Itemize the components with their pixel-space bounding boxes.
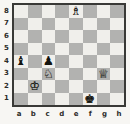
rank-label-8: 8 <box>1 5 12 18</box>
file-label-d: d <box>55 109 69 120</box>
square-h2[interactable] <box>110 80 124 93</box>
square-c1[interactable] <box>42 93 56 106</box>
square-g4[interactable] <box>97 55 111 68</box>
file-label-g: g <box>98 109 112 120</box>
square-c5[interactable] <box>42 43 56 56</box>
square-b6[interactable] <box>28 30 42 43</box>
square-a3[interactable] <box>14 68 28 81</box>
square-f4[interactable] <box>83 55 97 68</box>
file-labels: abcdefgh <box>12 107 126 120</box>
square-g3[interactable]: ♕ <box>97 68 111 81</box>
square-c8[interactable] <box>42 5 56 18</box>
square-c4[interactable]: ♟ <box>42 55 56 68</box>
square-f3[interactable] <box>83 68 97 81</box>
white-queen-g3[interactable]: ♕ <box>98 68 109 80</box>
chess-board: ♗♝♟♘♕♔♚ <box>12 3 126 107</box>
square-b2[interactable]: ♔ <box>28 80 42 93</box>
square-b8[interactable] <box>28 5 42 18</box>
square-g6[interactable] <box>97 30 111 43</box>
square-a6[interactable] <box>14 30 28 43</box>
square-d8[interactable] <box>55 5 69 18</box>
square-e3[interactable] <box>69 68 83 81</box>
square-g1[interactable] <box>97 93 111 106</box>
square-d1[interactable] <box>55 93 69 106</box>
file-label-c: c <box>41 109 55 120</box>
square-a1[interactable] <box>14 93 28 106</box>
white-knight-c3[interactable]: ♘ <box>43 68 54 80</box>
square-h1[interactable] <box>110 93 124 106</box>
file-label-e: e <box>69 109 83 120</box>
black-king-f1[interactable]: ♚ <box>84 93 95 105</box>
square-e1[interactable] <box>69 93 83 106</box>
square-h8[interactable] <box>110 5 124 18</box>
rank-label-1: 1 <box>1 93 12 106</box>
square-f1[interactable]: ♚ <box>83 93 97 106</box>
rank-label-4: 4 <box>1 55 12 68</box>
square-d4[interactable] <box>55 55 69 68</box>
rank-label-7: 7 <box>1 18 12 31</box>
file-label-a: a <box>12 109 26 120</box>
square-h7[interactable] <box>110 18 124 31</box>
square-e8[interactable]: ♗ <box>69 5 83 18</box>
square-h4[interactable] <box>110 55 124 68</box>
square-d6[interactable] <box>55 30 69 43</box>
chess-diagram-screenshot: 87654321 ♗♝♟♘♕♔♚ abcdefgh <box>0 0 130 124</box>
square-f7[interactable] <box>83 18 97 31</box>
square-c2[interactable] <box>42 80 56 93</box>
square-e6[interactable] <box>69 30 83 43</box>
square-d3[interactable] <box>55 68 69 81</box>
white-king-b2[interactable]: ♔ <box>29 80 40 92</box>
square-d7[interactable] <box>55 18 69 31</box>
square-e5[interactable] <box>69 43 83 56</box>
square-g8[interactable] <box>97 5 111 18</box>
square-d2[interactable] <box>55 80 69 93</box>
black-pawn-c4[interactable]: ♟ <box>43 55 54 67</box>
rank-labels: 87654321 <box>1 3 12 107</box>
rank-label-5: 5 <box>1 43 12 56</box>
square-e4[interactable] <box>69 55 83 68</box>
square-g2[interactable] <box>97 80 111 93</box>
square-f8[interactable] <box>83 5 97 18</box>
square-c6[interactable] <box>42 30 56 43</box>
square-h3[interactable] <box>110 68 124 81</box>
square-f5[interactable] <box>83 43 97 56</box>
square-a5[interactable] <box>14 43 28 56</box>
corner-spacer <box>1 107 12 120</box>
square-b3[interactable] <box>28 68 42 81</box>
rank-label-2: 2 <box>1 80 12 93</box>
square-b7[interactable] <box>28 18 42 31</box>
square-a8[interactable] <box>14 5 28 18</box>
chess-diagram: 87654321 ♗♝♟♘♕♔♚ abcdefgh <box>1 3 126 120</box>
file-label-h: h <box>112 109 126 120</box>
square-f2[interactable] <box>83 80 97 93</box>
square-b5[interactable] <box>28 43 42 56</box>
square-h6[interactable] <box>110 30 124 43</box>
rank-label-3: 3 <box>1 68 12 81</box>
square-c3[interactable]: ♘ <box>42 68 56 81</box>
square-h5[interactable] <box>110 43 124 56</box>
square-e2[interactable] <box>69 80 83 93</box>
file-label-f: f <box>83 109 97 120</box>
file-label-b: b <box>26 109 40 120</box>
square-a7[interactable] <box>14 18 28 31</box>
square-b4[interactable] <box>28 55 42 68</box>
square-e7[interactable] <box>69 18 83 31</box>
square-g7[interactable] <box>97 18 111 31</box>
white-bishop-e8[interactable]: ♗ <box>70 5 81 17</box>
square-b1[interactable] <box>28 93 42 106</box>
square-a2[interactable] <box>14 80 28 93</box>
square-d5[interactable] <box>55 43 69 56</box>
rank-label-6: 6 <box>1 30 12 43</box>
black-bishop-a4[interactable]: ♝ <box>15 55 26 67</box>
square-a4[interactable]: ♝ <box>14 55 28 68</box>
square-f6[interactable] <box>83 30 97 43</box>
square-g5[interactable] <box>97 43 111 56</box>
square-c7[interactable] <box>42 18 56 31</box>
